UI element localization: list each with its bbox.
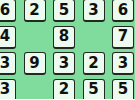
puzzle-board: 62536487393233255 bbox=[0, 0, 135, 99]
grid-cell-r0c1[interactable]: 2 bbox=[24, 0, 46, 22]
grid-cell-r3c3[interactable]: 5 bbox=[83, 79, 105, 100]
grid-cell-empty-r1c3 bbox=[83, 26, 105, 49]
grid-cell-empty-r3c1 bbox=[24, 79, 46, 100]
grid-cell-r1c2[interactable]: 8 bbox=[53, 26, 75, 49]
grid-cell-r3c0[interactable]: 3 bbox=[0, 79, 16, 100]
grid-cell-r2c4[interactable]: 3 bbox=[112, 52, 134, 75]
puzzle-grid: 62536487393233255 bbox=[0, 0, 134, 99]
grid-cell-r1c4[interactable]: 7 bbox=[112, 26, 134, 49]
grid-cell-r2c1[interactable]: 9 bbox=[24, 52, 46, 75]
grid-cell-r3c4[interactable]: 5 bbox=[112, 79, 134, 100]
grid-cell-r3c2[interactable]: 2 bbox=[53, 79, 75, 100]
grid-cell-r0c4[interactable]: 6 bbox=[112, 0, 134, 22]
grid-cell-empty-r1c1 bbox=[24, 26, 46, 49]
grid-cell-r2c0[interactable]: 3 bbox=[0, 52, 16, 75]
grid-cell-r0c2[interactable]: 5 bbox=[53, 0, 75, 22]
grid-cell-r2c2[interactable]: 3 bbox=[53, 52, 75, 75]
grid-cell-r1c0[interactable]: 4 bbox=[0, 26, 16, 49]
grid-cell-r2c3[interactable]: 2 bbox=[83, 52, 105, 75]
grid-cell-r0c3[interactable]: 3 bbox=[83, 0, 105, 22]
grid-cell-r0c0[interactable]: 6 bbox=[0, 0, 16, 22]
